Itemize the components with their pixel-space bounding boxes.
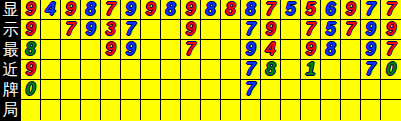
bead-cell-r1c17: 9 [341,0,361,20]
result-digit: 9 [265,20,275,39]
bead-cell-r2c5: 3 [101,20,121,40]
result-digit: 8 [265,60,275,79]
bead-cell-r2c17: 7 [341,20,361,40]
result-digit: 7 [125,20,135,39]
bead-cell-r5c12: 7 [241,80,261,100]
bead-cell-r4c2 [41,60,61,80]
bead-cell-r5c15 [301,80,321,100]
title-char-6: 局 [0,100,21,120]
board-title-vertical: 显示最近牌局 [0,0,21,121]
bead-cell-r4c19: 0 [381,60,401,80]
bead-cell-r3c4 [81,40,101,60]
bead-cell-r4c11 [221,60,241,80]
bead-cell-r2c12: 7 [241,20,261,40]
title-char-4: 近 [0,60,21,80]
result-digit: 8 [25,40,35,59]
bead-cell-r3c1: 8 [21,40,41,60]
result-digit: 9 [185,0,195,19]
bead-cell-r3c14 [281,40,301,60]
bead-cell-r1c12: 8 [241,0,261,20]
result-digit: 0 [25,80,35,99]
result-digit: 9 [25,60,35,79]
result-digit: 9 [65,0,75,19]
bead-cell-r1c6: 9 [121,0,141,20]
result-digit: 8 [205,0,215,19]
bead-cell-r2c19: 9 [381,20,401,40]
bead-cell-r2c18: 9 [361,20,381,40]
bead-cell-r1c5: 7 [101,0,121,20]
bead-cell-r2c7 [141,20,161,40]
result-digit: 5 [285,0,295,19]
bead-cell-r1c2: 4 [41,0,61,20]
bead-cell-r6c14 [281,100,301,120]
bead-cell-r1c18: 7 [361,0,381,20]
result-digit: 7 [105,0,115,19]
result-digit: 9 [125,40,135,59]
bead-cell-r3c10 [201,40,221,60]
bead-cell-r1c9: 9 [181,0,201,20]
bead-cell-r3c17 [341,40,361,60]
bead-cell-r2c11 [221,20,241,40]
bead-cell-r6c18 [361,100,381,120]
bead-cell-r4c10 [201,60,221,80]
result-digit: 0 [386,60,396,79]
bead-cell-r5c13 [261,80,281,100]
bead-cell-r4c13: 8 [261,60,281,80]
bead-cell-r1c14: 5 [281,0,301,20]
result-digit: 9 [386,20,396,39]
bead-cell-r5c14 [281,80,301,100]
result-digit: 9 [245,40,255,59]
bead-cell-r6c1 [21,100,41,120]
bead-cell-r1c8: 8 [161,0,181,20]
bead-cell-r6c13 [261,100,281,120]
bead-cell-r2c13: 9 [261,20,281,40]
bead-cell-r6c10 [201,100,221,120]
result-digit: 7 [245,80,255,99]
bead-cell-r2c2 [41,20,61,40]
bead-cell-r4c3 [61,60,81,80]
bead-cell-r2c15: 7 [301,20,321,40]
bead-cell-r4c9 [181,60,201,80]
bead-cell-r2c8 [161,20,181,40]
result-digit: 8 [325,40,335,59]
title-char-2: 示 [0,20,21,40]
result-digit: 9 [185,20,195,39]
bead-cell-r5c17 [341,80,361,100]
bead-cell-r4c1: 9 [21,60,41,80]
bead-cell-r4c5 [101,60,121,80]
result-digit: 9 [365,40,375,59]
bead-cell-r6c3 [61,100,81,120]
result-digit: 7 [365,0,375,19]
result-digit: 7 [185,40,195,59]
title-char-3: 最 [0,40,21,60]
bead-cell-r6c16 [321,100,341,120]
bead-cell-r2c14 [281,20,301,40]
bead-cell-r6c19 [381,100,401,120]
bead-cell-r2c4: 9 [81,20,101,40]
bead-cell-r3c16: 8 [321,40,341,60]
bead-road-grid: 9498799898887556977979379797579989979498… [21,0,401,120]
result-digit: 9 [305,40,315,59]
bead-cell-r5c6 [121,80,141,100]
bead-cell-r5c1: 0 [21,80,41,100]
bead-cell-r4c18: 7 [361,60,381,80]
result-digit: 9 [85,20,95,39]
bead-cell-r2c1: 9 [21,20,41,40]
bead-cell-r5c3 [61,80,81,100]
bead-cell-r5c10 [201,80,221,100]
result-digit: 7 [365,60,375,79]
result-digit: 6 [325,0,335,19]
bead-cell-r6c15 [301,100,321,120]
bead-cell-r4c15: 1 [301,60,321,80]
bead-cell-r5c5 [101,80,121,100]
bead-cell-r5c4 [81,80,101,100]
result-digit: 7 [245,20,255,39]
result-digit: 9 [145,0,155,19]
bead-cell-r3c2 [41,40,61,60]
result-digit: 1 [305,60,315,79]
bead-cell-r6c5 [101,100,121,120]
bead-cell-r1c10: 8 [201,0,221,20]
bead-cell-r2c16: 5 [321,20,341,40]
result-digit: 4 [45,0,55,19]
bead-cell-r1c13: 7 [261,0,281,20]
result-digit: 7 [245,60,255,79]
bead-cell-r4c8 [161,60,181,80]
result-digit: 8 [245,0,255,19]
result-digit: 7 [386,40,396,59]
result-digit: 4 [265,40,275,59]
bead-cell-r4c6 [121,60,141,80]
result-digit: 5 [305,0,315,19]
result-digit: 9 [105,40,115,59]
bead-cell-r6c6 [121,100,141,120]
bead-cell-r1c3: 9 [61,0,81,20]
bead-cell-r3c8 [161,40,181,60]
bead-cell-r3c11 [221,40,241,60]
bead-cell-r3c6: 9 [121,40,141,60]
result-digit: 7 [65,20,75,39]
bead-cell-r2c3: 7 [61,20,81,40]
bead-cell-r2c6: 7 [121,20,141,40]
result-digit: 5 [325,20,335,39]
bead-cell-r5c18 [361,80,381,100]
bead-cell-r3c3 [61,40,81,60]
bead-cell-r1c11: 8 [221,0,241,20]
bead-cell-r3c9: 7 [181,40,201,60]
result-digit: 9 [125,0,135,19]
bead-cell-r3c12: 9 [241,40,261,60]
result-digit: 9 [25,20,35,39]
bead-cell-r4c7 [141,60,161,80]
bead-cell-r6c9 [181,100,201,120]
bead-cell-r5c7 [141,80,161,100]
result-digit: 7 [345,20,355,39]
bead-cell-r1c4: 8 [81,0,101,20]
bead-cell-r6c2 [41,100,61,120]
bead-cell-r5c19 [381,80,401,100]
bead-cell-r6c12 [241,100,261,120]
result-digit: 7 [386,0,396,19]
bead-cell-r3c7 [141,40,161,60]
bead-cell-r1c1: 9 [21,0,41,20]
bead-cell-r5c9 [181,80,201,100]
bead-cell-r3c19: 7 [381,40,401,60]
bead-cell-r6c8 [161,100,181,120]
bead-cell-r5c8 [161,80,181,100]
bead-cell-r3c15: 9 [301,40,321,60]
bead-cell-r1c15: 5 [301,0,321,20]
bead-cell-r5c2 [41,80,61,100]
bead-cell-r6c7 [141,100,161,120]
bead-cell-r3c13: 4 [261,40,281,60]
bead-cell-r4c14 [281,60,301,80]
result-digit: 8 [165,0,175,19]
result-digit: 7 [265,0,275,19]
bead-cell-r4c4 [81,60,101,80]
result-digit: 7 [305,20,315,39]
bead-cell-r2c10 [201,20,221,40]
bead-cell-r1c16: 6 [321,0,341,20]
result-digit: 9 [365,20,375,39]
result-digit: 8 [85,0,95,19]
bead-cell-r2c9: 9 [181,20,201,40]
title-char-5: 牌 [0,80,21,100]
bead-cell-r5c16 [321,80,341,100]
result-digit: 3 [105,20,115,39]
bead-cell-r5c11 [221,80,241,100]
result-digit: 9 [25,0,35,19]
bead-cell-r4c16 [321,60,341,80]
bead-cell-r3c5: 9 [101,40,121,60]
bead-cell-r1c7: 9 [141,0,161,20]
title-char-1: 显 [0,0,21,20]
bead-cell-r6c17 [341,100,361,120]
bead-cell-r4c17 [341,60,361,80]
result-digit: 9 [345,0,355,19]
bead-cell-r6c4 [81,100,101,120]
result-digit: 8 [225,0,235,19]
bead-cell-r6c11 [221,100,241,120]
bead-cell-r4c12: 7 [241,60,261,80]
bead-cell-r1c19: 7 [381,0,401,20]
bead-cell-r3c18: 9 [361,40,381,60]
recent-games-board: 显示最近牌局 949879989888755697797937979757998… [0,0,401,121]
